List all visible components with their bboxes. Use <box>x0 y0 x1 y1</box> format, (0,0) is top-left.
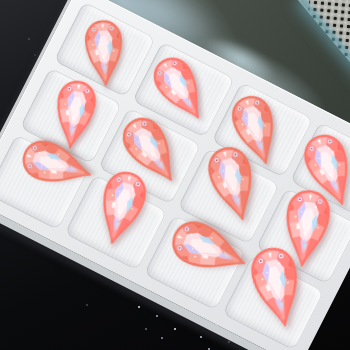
dust-specks <box>28 38 30 40</box>
photo-canvas <box>0 0 350 350</box>
rhinestone-gem-r2-c1 <box>86 163 157 251</box>
teardrop-rhinestone-icon <box>79 16 129 87</box>
glitter-specks <box>138 306 140 308</box>
rhinestone-gem-r0-c0 <box>79 16 129 87</box>
teardrop-rhinestone-icon <box>86 163 157 251</box>
